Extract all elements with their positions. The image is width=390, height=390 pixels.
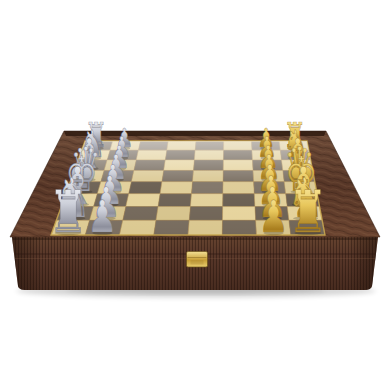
silver-pawn-glyph: ♟ bbox=[87, 190, 117, 242]
gold-rook-glyph: ♜ bbox=[288, 178, 328, 246]
piece-silver-rook-a1[interactable]: ♜ bbox=[48, 178, 88, 246]
piece-gold-pawn-g1[interactable]: ♟ bbox=[259, 190, 289, 242]
chess-set-photo: ♜♟♟♜♞♟♟♞♝♟♟♝♛♟♟♛♚♟♟♚♝♟♟♝♞♟♟♞♜♟♟♜ bbox=[0, 0, 390, 390]
silver-rook-glyph: ♜ bbox=[48, 178, 88, 246]
piece-gold-rook-h1[interactable]: ♜ bbox=[288, 178, 328, 246]
gold-pawn-glyph: ♟ bbox=[259, 190, 289, 242]
piece-silver-pawn-b1[interactable]: ♟ bbox=[87, 190, 117, 242]
chess-scene: ♜♟♟♜♞♟♟♞♝♟♟♝♛♟♟♛♚♟♟♚♝♟♟♝♞♟♟♞♜♟♟♜ bbox=[0, 0, 390, 390]
clasp bbox=[187, 252, 208, 268]
